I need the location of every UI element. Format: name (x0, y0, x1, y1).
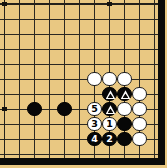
left-crop-line (4, 0, 5, 164)
star-point (107, 2, 112, 7)
intersection-c9-r6[interactable] (132, 87, 147, 102)
intersection-c0-r1[interactable] (0, 12, 12, 27)
move-number-label: 3 (91, 119, 98, 129)
intersection-c9-r8[interactable] (132, 117, 147, 132)
intersection-c1-r4[interactable] (12, 57, 27, 72)
intersection-c1-r1[interactable] (12, 12, 27, 27)
intersection-c5-r1[interactable] (72, 12, 87, 27)
intersection-c8-r9[interactable] (117, 132, 132, 147)
intersection-c2-r9[interactable] (27, 132, 42, 147)
intersection-c1-r8[interactable] (12, 117, 27, 132)
triangle-marker-icon (106, 90, 116, 99)
intersection-c6-r2[interactable] (87, 27, 102, 42)
intersection-c8-r5[interactable] (117, 72, 132, 87)
intersection-c2-r3[interactable] (27, 42, 42, 57)
intersection-c1-r9[interactable] (12, 132, 27, 147)
intersection-c3-r3[interactable] (42, 42, 57, 57)
intersection-c4-r4[interactable] (57, 57, 72, 72)
triangle-marker-inner (108, 108, 114, 113)
intersection-c7-r6[interactable] (102, 87, 117, 102)
intersection-c1-r6[interactable] (12, 87, 27, 102)
intersection-c7-r1[interactable] (102, 12, 117, 27)
intersection-c6-r0[interactable] (87, 0, 102, 12)
intersection-c1-r0[interactable] (12, 0, 27, 12)
stone-black-move-2[interactable]: 2 (102, 132, 117, 147)
intersection-c5-r5[interactable] (72, 72, 87, 87)
stone-white[interactable] (132, 132, 147, 147)
stone-black[interactable] (117, 132, 132, 147)
intersection-c2-r6[interactable] (27, 87, 42, 102)
intersection-c8-r2[interactable] (117, 27, 132, 42)
intersection-c3-r2[interactable] (42, 27, 57, 42)
top-crop-line (0, 3, 164, 4)
stone-black-triangle[interactable] (102, 87, 117, 102)
intersection-c9-r9[interactable] (132, 132, 147, 147)
intersection-c8-r8[interactable] (117, 117, 132, 132)
intersection-c0-r9[interactable] (0, 132, 12, 147)
move-number-label: 4 (91, 134, 98, 144)
stone-white[interactable] (102, 72, 117, 87)
intersection-c1-r3[interactable] (12, 42, 27, 57)
go-board: 53142 (0, 0, 167, 168)
intersection-c4-r7[interactable] (57, 102, 72, 117)
intersection-c4-r3[interactable] (57, 42, 72, 57)
move-number-label: 2 (106, 134, 113, 144)
move-number-label: 1 (106, 119, 113, 129)
intersection-c2-r1[interactable] (27, 12, 42, 27)
intersection-c6-r1[interactable] (87, 12, 102, 27)
intersection-c2-r0[interactable] (27, 0, 42, 12)
intersection-c3-r1[interactable] (42, 12, 57, 27)
intersection-c6-r6[interactable] (87, 87, 102, 102)
intersection-c7-r4[interactable] (102, 57, 117, 72)
triangle-marker-inner (108, 93, 114, 98)
intersection-c4-r2[interactable] (57, 27, 72, 42)
intersection-c9-r4[interactable] (132, 57, 147, 72)
intersection-c7-r2[interactable] (102, 27, 117, 42)
intersection-c5-r2[interactable] (72, 27, 87, 42)
intersection-c2-r2[interactable] (27, 27, 42, 42)
intersection-c7-r9[interactable]: 2 (102, 132, 117, 147)
intersection-c3-r0[interactable] (42, 0, 57, 12)
intersection-c4-r9[interactable] (57, 132, 72, 147)
intersection-c9-r1[interactable] (132, 12, 147, 27)
intersection-c5-r6[interactable] (72, 87, 87, 102)
intersection-c0-r3[interactable] (0, 42, 12, 57)
intersection-c8-r0[interactable] (117, 0, 132, 12)
stone-white[interactable] (132, 117, 147, 132)
intersection-c5-r0[interactable] (72, 0, 87, 12)
intersection-c3-r6[interactable] (42, 87, 57, 102)
intersection-c6-r9[interactable]: 4 (87, 132, 102, 147)
bottom-board-edge (0, 158, 165, 165)
intersection-c4-r5[interactable] (57, 72, 72, 87)
intersection-c7-r8[interactable]: 1 (102, 117, 117, 132)
intersection-c5-r4[interactable] (72, 57, 87, 72)
move-number-label: 5 (91, 104, 98, 114)
intersection-c3-r9[interactable] (42, 132, 57, 147)
stone-white[interactable] (117, 72, 132, 87)
intersection-c1-r2[interactable] (12, 27, 27, 42)
stone-white[interactable] (87, 72, 102, 87)
stone-black-triangle[interactable] (102, 102, 117, 117)
stone-black-move-4[interactable]: 4 (87, 132, 102, 147)
intersection-c5-r3[interactable] (72, 42, 87, 57)
intersection-c7-r7[interactable] (102, 102, 117, 117)
stone-black-triangle[interactable] (117, 87, 132, 102)
intersection-c2-r8[interactable] (27, 117, 42, 132)
intersection-c0-r2[interactable] (0, 27, 12, 42)
intersection-c1-r5[interactable] (12, 72, 27, 87)
intersection-c0-r4[interactable] (0, 57, 12, 72)
stone-white-move-3[interactable]: 3 (87, 117, 102, 132)
intersection-c6-r8[interactable]: 3 (87, 117, 102, 132)
intersection-c4-r0[interactable] (57, 0, 72, 12)
intersection-c0-r8[interactable] (0, 117, 12, 132)
intersection-c7-r3[interactable] (102, 42, 117, 57)
intersection-c5-r7[interactable] (72, 102, 87, 117)
intersection-c3-r8[interactable] (42, 117, 57, 132)
intersection-c0-r5[interactable] (0, 72, 12, 87)
triangle-marker-icon (106, 105, 116, 114)
triangle-marker-inner (123, 93, 129, 98)
stone-white[interactable] (117, 102, 132, 117)
intersection-c8-r6[interactable] (117, 87, 132, 102)
intersection-c3-r4[interactable] (42, 57, 57, 72)
intersection-c6-r4[interactable] (87, 57, 102, 72)
intersection-c8-r3[interactable] (117, 42, 132, 57)
stone-white[interactable] (132, 87, 147, 102)
star-point (2, 2, 7, 7)
intersection-c4-r1[interactable] (57, 12, 72, 27)
intersection-c1-r7[interactable] (12, 102, 27, 117)
intersection-c9-r0[interactable] (132, 0, 147, 12)
intersection-c4-r6[interactable] (57, 87, 72, 102)
stone-white[interactable] (132, 102, 147, 117)
intersection-c6-r7[interactable]: 5 (87, 102, 102, 117)
intersection-c9-r7[interactable] (132, 102, 147, 117)
intersection-c9-r3[interactable] (132, 42, 147, 57)
star-point (2, 107, 7, 112)
intersection-c5-r9[interactable] (72, 132, 87, 147)
intersection-c4-r8[interactable] (57, 117, 72, 132)
intersection-c9-r5[interactable] (132, 72, 147, 87)
stone-black[interactable] (57, 102, 72, 117)
intersection-c0-r6[interactable] (0, 87, 12, 102)
board-grid: 53142 (0, 0, 162, 162)
intersection-c2-r7[interactable] (27, 102, 42, 117)
right-board-edge (158, 0, 165, 165)
intersection-c3-r5[interactable] (42, 72, 57, 87)
intersection-c8-r1[interactable] (117, 12, 132, 27)
intersection-c7-r5[interactable] (102, 72, 117, 87)
intersection-c3-r7[interactable] (42, 102, 57, 117)
stone-black[interactable] (27, 102, 42, 117)
intersection-c8-r7[interactable] (117, 102, 132, 117)
triangle-marker-icon (121, 90, 131, 99)
stone-white-move-5[interactable]: 5 (87, 102, 102, 117)
intersection-c6-r3[interactable] (87, 42, 102, 57)
intersection-c9-r2[interactable] (132, 27, 147, 42)
intersection-c2-r4[interactable] (27, 57, 42, 72)
stone-black[interactable] (117, 117, 132, 132)
intersection-c6-r5[interactable] (87, 72, 102, 87)
intersection-c5-r8[interactable] (72, 117, 87, 132)
intersection-c2-r5[interactable] (27, 72, 42, 87)
intersection-c8-r4[interactable] (117, 57, 132, 72)
stone-white-move-1[interactable]: 1 (102, 117, 117, 132)
